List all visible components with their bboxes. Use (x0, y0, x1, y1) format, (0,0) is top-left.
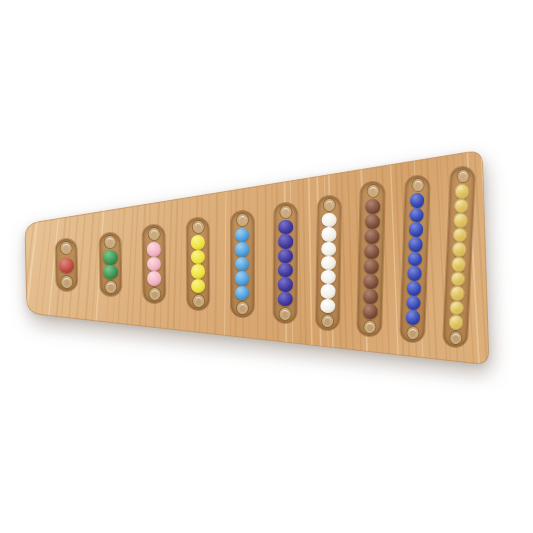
bead-purple (278, 220, 292, 234)
bead-bar-1-red (58, 257, 73, 272)
bead-golden (452, 242, 467, 257)
bead-dark-blue (409, 193, 424, 208)
wire-loop-bottom (237, 302, 248, 314)
wire-loop-top (323, 199, 334, 211)
bead-green (103, 250, 118, 265)
bead-slot-5 (231, 211, 254, 317)
bead-white (321, 227, 336, 242)
bead-slot-1 (55, 239, 77, 291)
product-photo (0, 0, 533, 533)
wire-loop-bottom (105, 281, 116, 293)
wire-loop-top (104, 236, 115, 248)
bead-green (103, 264, 118, 279)
wire-loop-top (60, 242, 71, 254)
bead-bar-9-dark-blue (405, 193, 424, 325)
bead-white (321, 256, 336, 271)
bead-purple (278, 292, 292, 306)
bead-bar-7-white (320, 213, 336, 313)
bead-dark-blue (407, 251, 422, 266)
bead-slot-7 (315, 196, 340, 330)
bead-white (321, 213, 336, 228)
bead-white (321, 270, 336, 285)
bead-golden (451, 257, 466, 272)
bead-bar-6-purple (278, 220, 293, 306)
wire-loop-bottom (321, 315, 332, 327)
bead-golden (454, 184, 469, 199)
bead-purple (278, 277, 292, 291)
bead-dark-blue (409, 207, 424, 222)
bead-pink (147, 257, 162, 272)
bead-yellow (191, 278, 206, 293)
bead-red (58, 257, 73, 272)
bead-pink (146, 242, 161, 257)
bead-pink (147, 271, 162, 286)
bead-yellow (191, 249, 206, 264)
wire-loop-bottom (450, 332, 462, 344)
wire-loop-top (457, 170, 469, 182)
bead-slot-10 (443, 167, 475, 348)
wire-loop-bottom (364, 321, 375, 333)
bead-light-blue (235, 228, 249, 242)
bead-golden (452, 228, 467, 243)
bead-brown (364, 229, 379, 244)
wire-loop-top (148, 228, 159, 240)
bead-white (321, 241, 336, 256)
wire-loop-bottom (407, 327, 418, 339)
wire-loop-bottom (61, 276, 72, 288)
bead-dark-blue (405, 310, 420, 325)
bead-dark-blue (406, 295, 421, 310)
bead-brown (362, 289, 377, 304)
bead-golden (454, 198, 469, 213)
bead-golden (450, 271, 465, 286)
bead-light-blue (235, 242, 249, 256)
wire-loop-top (280, 206, 291, 218)
wire-loop-bottom (149, 288, 160, 300)
bead-yellow (191, 235, 206, 250)
bead-bar-10-golden (448, 184, 469, 330)
wire-loop-bottom (193, 295, 204, 307)
bead-golden (448, 315, 463, 330)
bead-white (320, 299, 335, 314)
bead-yellow (191, 264, 206, 279)
bead-brown (362, 304, 377, 319)
bead-brown (364, 244, 379, 259)
bead-slot-8 (357, 182, 385, 337)
bead-light-blue (235, 286, 249, 300)
bead-brown (363, 259, 378, 274)
bead-light-blue (235, 271, 249, 285)
bead-bar-4-yellow (191, 235, 206, 293)
bead-bar-3-pink (146, 242, 161, 286)
bead-brown (365, 199, 380, 214)
bead-golden (449, 300, 464, 315)
bead-golden (453, 213, 468, 228)
wire-loop-bottom (279, 308, 290, 320)
bead-purple (278, 249, 292, 263)
bead-slot-6 (273, 203, 297, 323)
bead-dark-blue (408, 222, 423, 237)
bead-bar-2-green (103, 250, 118, 279)
wire-loop-top (367, 185, 378, 197)
bead-slot-3 (143, 225, 166, 303)
bead-bar-8-brown (362, 199, 380, 319)
bead-dark-blue (408, 237, 423, 252)
bead-slot-4 (187, 218, 209, 310)
bead-purple (278, 263, 292, 277)
bead-purple (278, 234, 292, 248)
wire-loop-top (412, 179, 423, 191)
bead-slot-9 (400, 176, 430, 343)
bead-slot-2 (99, 233, 121, 296)
bead-bars-layer (0, 0, 533, 533)
wire-loop-top (237, 214, 248, 226)
bead-golden (450, 286, 465, 301)
bead-brown (364, 214, 379, 229)
bead-dark-blue (406, 281, 421, 296)
bead-white (320, 284, 335, 299)
bead-light-blue (235, 257, 249, 271)
bead-bar-5-light-blue (235, 228, 249, 300)
bead-dark-blue (407, 266, 422, 281)
bead-brown (363, 274, 378, 289)
wire-loop-top (192, 221, 203, 233)
